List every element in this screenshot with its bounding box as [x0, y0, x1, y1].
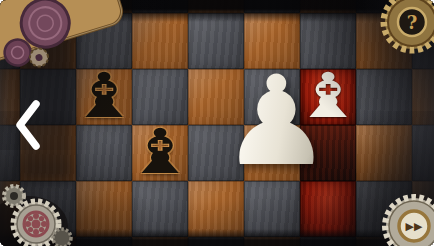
black-bishop[interactable]: ♝ — [124, 121, 195, 183]
square[interactable] — [76, 237, 132, 246]
forward-button[interactable]: ▶▶ — [366, 182, 434, 246]
question-mark-icon: ? — [407, 12, 418, 33]
help-button[interactable]: ? — [360, 0, 434, 62]
square[interactable] — [356, 125, 412, 181]
chevron-left-icon — [20, 104, 36, 146]
square[interactable]: ♟ — [244, 125, 300, 181]
chess-game-screen: ♝♝♝♟ ? — [0, 0, 434, 246]
square[interactable] — [412, 69, 434, 125]
white-pawn[interactable]: ♟ — [221, 59, 332, 183]
back-button[interactable] — [13, 99, 43, 151]
clockwork-plate-icon — [0, 0, 160, 70]
fast-forward-icon: ▶▶ — [406, 220, 423, 233]
square[interactable] — [76, 181, 132, 237]
square[interactable] — [188, 237, 244, 246]
square[interactable] — [356, 69, 412, 125]
square[interactable] — [300, 237, 356, 246]
square[interactable] — [244, 237, 300, 246]
square[interactable] — [300, 0, 356, 13]
square[interactable] — [412, 125, 434, 181]
square[interactable] — [132, 237, 188, 246]
square[interactable]: ♝ — [132, 125, 188, 181]
square[interactable] — [244, 0, 300, 13]
gear-cluster-icon — [0, 174, 80, 246]
square[interactable] — [188, 0, 244, 13]
square[interactable] — [132, 181, 188, 237]
